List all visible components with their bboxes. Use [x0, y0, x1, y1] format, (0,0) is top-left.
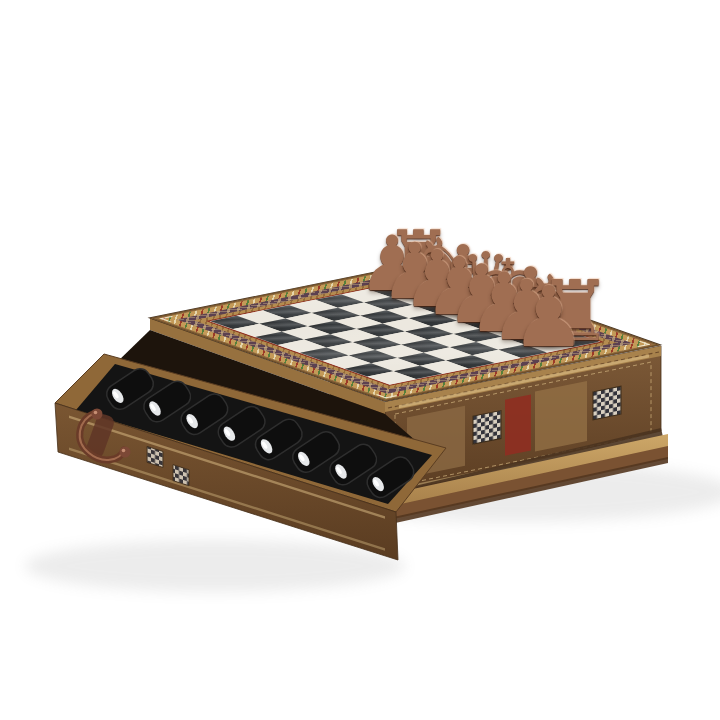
product-photo-scene: ♜♞♝♛♚♝♞♜♟♟♟♟♟♟♟♟	[0, 0, 720, 720]
